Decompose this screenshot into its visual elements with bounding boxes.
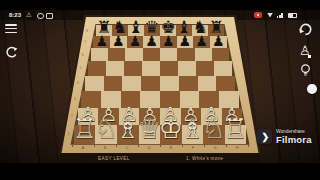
square-d1[interactable]: ♕ bbox=[139, 125, 161, 144]
pawn-icon: ♙ bbox=[299, 43, 311, 58]
undo-button[interactable] bbox=[297, 22, 314, 37]
watermark-product: Filmora bbox=[276, 135, 312, 145]
square-h4[interactable] bbox=[216, 76, 235, 91]
square-h1[interactable]: ♖ bbox=[225, 125, 247, 144]
piece-black-pawn[interactable]: ♟ bbox=[129, 34, 142, 48]
board-row bbox=[85, 76, 236, 91]
rank-label: 4 bbox=[77, 81, 79, 85]
square-f7[interactable]: ♟ bbox=[177, 36, 194, 48]
square-a7[interactable]: ♟ bbox=[93, 36, 110, 48]
file-label: D bbox=[148, 146, 151, 150]
frame-tick bbox=[182, 145, 183, 147]
rank-label: 8 bbox=[86, 29, 88, 33]
filmora-logo-icon: ❯ bbox=[257, 129, 272, 144]
frame-tick bbox=[248, 145, 249, 147]
hamburger-icon bbox=[5, 24, 17, 33]
square-c5[interactable] bbox=[124, 61, 142, 75]
rank-label: 6 bbox=[82, 53, 84, 57]
letterbox-top bbox=[0, 0, 320, 10]
file-label: A bbox=[82, 146, 85, 150]
square-e6[interactable] bbox=[160, 48, 177, 61]
frame-tick bbox=[116, 145, 117, 147]
square-g7[interactable]: ♟ bbox=[193, 36, 210, 48]
piece-black-pawn[interactable]: ♟ bbox=[112, 34, 125, 48]
square-c1[interactable]: ♗ bbox=[117, 125, 139, 144]
square-g4[interactable] bbox=[198, 76, 217, 91]
piece-black-pawn[interactable]: ♟ bbox=[195, 34, 208, 48]
screen: 8:23 ⚠ ♙ ♜♞♝♛♚♝♞♜♟♟♟ bbox=[0, 0, 320, 180]
difficulty-label: EASY LEVEL bbox=[98, 156, 130, 161]
file-label: E bbox=[170, 146, 173, 150]
square-g5[interactable] bbox=[196, 61, 214, 75]
notification-icon bbox=[37, 13, 44, 20]
signal-icon bbox=[277, 12, 284, 18]
menu-button[interactable] bbox=[5, 24, 17, 34]
frame-tick bbox=[138, 145, 139, 147]
move-turn-label: 1. White's move bbox=[186, 156, 223, 161]
board-row bbox=[88, 61, 232, 75]
frame-tick bbox=[94, 145, 95, 147]
square-e4[interactable] bbox=[160, 76, 179, 91]
clock: 8:23 bbox=[9, 12, 21, 19]
file-label: B bbox=[104, 146, 107, 150]
piece-black-pawn[interactable]: ♟ bbox=[179, 34, 192, 48]
square-d7[interactable]: ♟ bbox=[143, 36, 160, 48]
warning-icon: ⚠ bbox=[26, 11, 32, 19]
wifi-icon bbox=[267, 13, 273, 18]
square-h7[interactable]: ♟ bbox=[210, 36, 227, 48]
square-d4[interactable] bbox=[141, 76, 160, 91]
rank-label: 3 bbox=[74, 97, 76, 101]
watermark: ❯ Wondershare Filmora bbox=[257, 129, 312, 145]
undo-arrow-icon bbox=[297, 22, 314, 37]
board-row: ♖♘♗♕♔♗♘♖ bbox=[74, 125, 246, 144]
square-d5[interactable] bbox=[142, 61, 160, 75]
lightbulb-icon bbox=[299, 63, 312, 79]
rank-label: 7 bbox=[84, 40, 86, 44]
game-status-bar: EASY LEVEL 1. White's move bbox=[60, 153, 260, 163]
panel-handle[interactable] bbox=[307, 84, 317, 94]
square-a1[interactable]: ♖ bbox=[74, 125, 96, 144]
piece-white-king[interactable]: ♔ bbox=[159, 116, 183, 143]
rank-label: 5 bbox=[79, 66, 81, 70]
file-label: C bbox=[126, 146, 129, 150]
battery-icon bbox=[288, 13, 297, 19]
square-g6[interactable] bbox=[195, 48, 212, 61]
chess-board: ♜♞♝♛♚♝♞♜♟♟♟♟♟♟♟♟♙♙♙♙♙♙♙♙♖♘♗♕♔♗♘♖ ABCDEFG… bbox=[56, 15, 264, 155]
rank-label: 2 bbox=[71, 114, 73, 118]
rank-label: 1 bbox=[68, 132, 70, 136]
piece-black-pawn[interactable]: ♟ bbox=[95, 34, 108, 48]
rotate-icon bbox=[4, 45, 19, 60]
square-b4[interactable] bbox=[104, 76, 123, 91]
square-f6[interactable] bbox=[177, 48, 194, 61]
square-g1[interactable]: ♘ bbox=[203, 125, 225, 144]
square-f4[interactable] bbox=[179, 76, 198, 91]
square-b6[interactable] bbox=[108, 48, 125, 61]
square-h5[interactable] bbox=[214, 61, 232, 75]
piece-black-pawn[interactable]: ♟ bbox=[162, 34, 175, 48]
square-e1[interactable]: ♔ bbox=[160, 125, 182, 144]
piece-white-rook[interactable]: ♖ bbox=[73, 116, 97, 143]
square-a4[interactable] bbox=[85, 76, 104, 91]
file-label: F bbox=[192, 146, 194, 150]
frame-tick bbox=[72, 145, 73, 147]
piece-white-queen[interactable]: ♕ bbox=[137, 116, 161, 143]
square-h6[interactable] bbox=[212, 48, 229, 61]
square-b7[interactable]: ♟ bbox=[110, 36, 127, 48]
square-d6[interactable] bbox=[143, 48, 160, 61]
piece-black-pawn[interactable]: ♟ bbox=[212, 34, 225, 48]
watermark-brand: Wondershare bbox=[276, 129, 312, 135]
piece-style-button[interactable]: ♙ bbox=[299, 44, 311, 58]
square-c7[interactable]: ♟ bbox=[127, 36, 144, 48]
square-c6[interactable] bbox=[125, 48, 142, 61]
square-e7[interactable]: ♟ bbox=[160, 36, 177, 48]
file-label: G bbox=[214, 146, 217, 150]
square-c4[interactable] bbox=[122, 76, 141, 91]
square-f5[interactable] bbox=[178, 61, 196, 75]
piece-black-pawn[interactable]: ♟ bbox=[145, 34, 158, 48]
letterbox-bottom bbox=[0, 163, 320, 180]
piece-white-rook[interactable]: ♖ bbox=[223, 116, 247, 143]
square-a6[interactable] bbox=[91, 48, 108, 61]
file-label: H bbox=[236, 146, 239, 150]
piece-white-knight[interactable]: ♘ bbox=[202, 116, 226, 143]
frame-tick bbox=[204, 145, 205, 147]
square-f1[interactable]: ♗ bbox=[182, 125, 204, 144]
piece-white-bishop[interactable]: ♗ bbox=[116, 116, 140, 143]
square-e5[interactable] bbox=[160, 61, 178, 75]
square-a5[interactable] bbox=[88, 61, 106, 75]
board-row: ♟♟♟♟♟♟♟♟ bbox=[93, 36, 226, 48]
square-b1[interactable]: ♘ bbox=[95, 125, 117, 144]
rotate-board-button[interactable] bbox=[4, 45, 19, 60]
cast-icon bbox=[46, 13, 53, 20]
hint-button[interactable] bbox=[299, 63, 312, 79]
square-b5[interactable] bbox=[106, 61, 124, 75]
board-row bbox=[91, 48, 230, 61]
piece-white-knight[interactable]: ♘ bbox=[94, 116, 118, 143]
frame-tick bbox=[226, 145, 227, 147]
frame-tick bbox=[160, 145, 161, 147]
piece-white-bishop[interactable]: ♗ bbox=[180, 116, 204, 143]
